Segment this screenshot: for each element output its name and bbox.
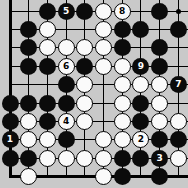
go-stone-black[interactable] — [151, 58, 168, 75]
go-stone-white[interactable] — [39, 39, 56, 56]
go-stone-white[interactable] — [95, 39, 112, 56]
go-stone-black[interactable] — [2, 95, 19, 112]
go-stone-black[interactable] — [58, 95, 75, 112]
move-number-label: 1 — [7, 135, 13, 144]
go-stone-white[interactable] — [151, 95, 168, 112]
go-stone-white[interactable] — [95, 3, 112, 20]
go-stone-white[interactable] — [58, 150, 75, 167]
go-stone-black[interactable] — [39, 113, 56, 130]
star-point — [176, 9, 181, 14]
go-stone-white[interactable]: 2 — [132, 131, 149, 148]
go-stone-black[interactable]: 1 — [2, 131, 19, 148]
go-stone-black[interactable]: 5 — [58, 3, 75, 20]
move-number-label: 4 — [63, 117, 69, 126]
go-stone-white[interactable] — [151, 76, 168, 93]
go-stone-white[interactable] — [39, 21, 56, 38]
go-stone-white[interactable] — [114, 131, 131, 148]
go-stone-black[interactable] — [39, 58, 56, 75]
go-stone-white[interactable] — [20, 113, 37, 130]
go-stone-white[interactable] — [39, 150, 56, 167]
go-stone-black[interactable] — [132, 113, 149, 130]
go-stone-white[interactable] — [20, 168, 37, 185]
move-number-label: 9 — [138, 62, 144, 71]
go-board[interactable]: 586974123 — [0, 0, 188, 188]
go-stone-black[interactable] — [132, 95, 149, 112]
go-stone-white[interactable] — [170, 113, 187, 130]
go-stone-white[interactable] — [114, 113, 131, 130]
go-stone-white[interactable]: 8 — [114, 3, 131, 20]
go-stone-white[interactable] — [114, 95, 131, 112]
go-stone-white[interactable] — [76, 113, 93, 130]
go-stone-white[interactable] — [95, 58, 112, 75]
go-stone-white[interactable]: 6 — [58, 58, 75, 75]
go-stone-black[interactable] — [114, 39, 131, 56]
move-number-label: 5 — [63, 7, 69, 16]
go-stone-black[interactable] — [151, 131, 168, 148]
go-stone-black[interactable] — [39, 95, 56, 112]
go-stone-black[interactable] — [132, 150, 149, 167]
go-stone-white[interactable]: 4 — [58, 113, 75, 130]
go-stone-black[interactable] — [170, 21, 187, 38]
go-stone-black[interactable] — [132, 21, 149, 38]
go-stone-black[interactable] — [170, 131, 187, 148]
move-number-label: 8 — [119, 7, 125, 16]
go-stone-black[interactable] — [20, 39, 37, 56]
go-stone-black[interactable] — [2, 113, 19, 130]
go-stone-black[interactable] — [151, 39, 168, 56]
go-stone-black[interactable]: 9 — [132, 58, 149, 75]
go-stone-black[interactable] — [58, 131, 75, 148]
move-number-label: 2 — [138, 135, 144, 144]
go-stone-white[interactable] — [151, 113, 168, 130]
go-stone-black[interactable] — [114, 150, 131, 167]
go-stone-white[interactable] — [132, 76, 149, 93]
move-number-label: 6 — [63, 62, 69, 71]
go-stone-white[interactable] — [114, 76, 131, 93]
go-stone-black[interactable] — [114, 21, 131, 38]
go-stone-white[interactable] — [58, 39, 75, 56]
go-stone-white[interactable] — [95, 168, 112, 185]
go-stone-black[interactable] — [2, 150, 19, 167]
go-stone-black[interactable]: 7 — [170, 76, 187, 93]
go-stone-white[interactable] — [76, 76, 93, 93]
go-stone-white[interactable] — [95, 131, 112, 148]
go-stone-white[interactable] — [39, 131, 56, 148]
go-stone-white[interactable] — [20, 131, 37, 148]
move-number-label: 3 — [156, 154, 162, 163]
go-stone-black[interactable] — [151, 168, 168, 185]
go-stone-black[interactable]: 3 — [151, 150, 168, 167]
go-stone-white[interactable] — [170, 150, 187, 167]
go-stone-white[interactable] — [76, 39, 93, 56]
go-stone-white[interactable] — [95, 150, 112, 167]
go-stone-black[interactable] — [20, 58, 37, 75]
go-stone-black[interactable] — [58, 76, 75, 93]
go-stone-white[interactable] — [76, 95, 93, 112]
go-diagram: 586974123 — [0, 0, 188, 188]
go-stone-black[interactable] — [39, 3, 56, 20]
go-stone-white[interactable] — [95, 21, 112, 38]
go-stone-white[interactable] — [114, 58, 131, 75]
go-stone-white[interactable] — [76, 150, 93, 167]
go-stone-black[interactable] — [76, 58, 93, 75]
go-stone-black[interactable] — [76, 3, 93, 20]
go-stone-black[interactable] — [20, 150, 37, 167]
move-number-label: 7 — [175, 80, 181, 89]
go-stone-black[interactable] — [114, 168, 131, 185]
go-stone-black[interactable] — [20, 21, 37, 38]
go-stone-black[interactable] — [20, 95, 37, 112]
go-stone-black[interactable] — [151, 3, 168, 20]
